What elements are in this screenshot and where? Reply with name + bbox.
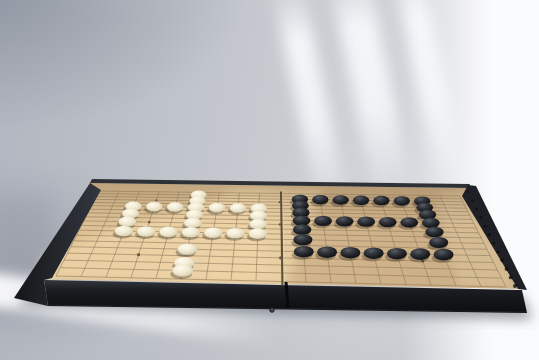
black-stone bbox=[434, 249, 454, 261]
black-stone bbox=[293, 224, 311, 235]
front-hinge-line bbox=[286, 282, 288, 308]
white-stone bbox=[167, 202, 184, 212]
black-stone bbox=[336, 216, 354, 226]
white-stone bbox=[159, 227, 177, 238]
white-stone bbox=[115, 226, 133, 237]
board-fold-seam bbox=[281, 191, 282, 285]
black-stone bbox=[425, 227, 443, 238]
white-stone bbox=[172, 265, 193, 277]
white-stone bbox=[184, 218, 202, 228]
black-stone bbox=[340, 247, 360, 259]
white-stone bbox=[209, 203, 226, 213]
black-stone bbox=[364, 247, 384, 259]
white-stone bbox=[119, 217, 137, 227]
black-stone bbox=[357, 217, 375, 227]
white-stone bbox=[137, 226, 155, 237]
black-stone bbox=[410, 248, 430, 260]
go-board bbox=[0, 0, 539, 360]
black-stone bbox=[394, 196, 410, 206]
black-stone bbox=[293, 215, 311, 225]
black-stone bbox=[353, 196, 369, 206]
black-stone bbox=[387, 248, 407, 260]
black-stone bbox=[422, 218, 440, 228]
black-stone bbox=[293, 234, 312, 245]
black-stone bbox=[400, 217, 418, 227]
black-stone bbox=[312, 195, 328, 205]
black-stone bbox=[314, 216, 332, 226]
white-stone bbox=[230, 203, 247, 213]
white-stone bbox=[204, 227, 222, 238]
black-stone bbox=[429, 237, 448, 248]
white-stone bbox=[178, 244, 197, 255]
black-stone bbox=[379, 217, 397, 227]
white-stone bbox=[146, 202, 163, 212]
black-stone bbox=[317, 246, 337, 258]
white-stone bbox=[249, 228, 267, 239]
white-stone bbox=[226, 228, 244, 239]
black-stone bbox=[373, 196, 389, 206]
white-stone bbox=[182, 227, 200, 238]
white-stone bbox=[249, 219, 267, 229]
black-stone bbox=[333, 195, 349, 205]
photo-scene bbox=[0, 0, 539, 360]
black-stone bbox=[294, 246, 314, 258]
